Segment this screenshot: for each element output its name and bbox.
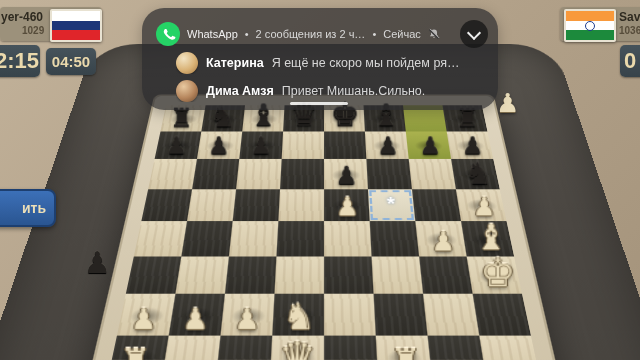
message-text: Привет Мишань.Сильно. bbox=[282, 84, 426, 98]
black-knight-h6[interactable]: ♞ bbox=[451, 159, 500, 189]
white-rook-a1[interactable]: ♜ bbox=[107, 335, 168, 360]
board-rim: * ♜♞♝♛♚♝♜♟♟♟♟♟♟♟♞♟♟♟♝♚♟♟♟♞♜♛♜ bbox=[87, 96, 561, 360]
white-knight-d2[interactable]: ♞ bbox=[272, 294, 324, 335]
avatar-dima bbox=[176, 80, 198, 102]
white-secondary-timer-value: 04:50 bbox=[52, 53, 90, 70]
white-pawn-c2[interactable]: ♟ bbox=[221, 294, 275, 335]
message-row[interactable]: Катерина Я ещё не скоро мы пойдем ря… bbox=[176, 52, 484, 74]
white-player-rating: 1029 bbox=[22, 25, 44, 36]
notification-drag-handle[interactable] bbox=[290, 102, 348, 105]
black-pawn-a7[interactable]: ♟ bbox=[155, 131, 202, 159]
black-pawn-b7[interactable]: ♟ bbox=[197, 131, 242, 159]
notification-header: WhatsApp • 2 сообщения из 2 ч… • Сейчас bbox=[156, 22, 452, 46]
black-player-name: Sav bbox=[619, 10, 640, 24]
white-queen-d1[interactable]: ♛ bbox=[270, 335, 324, 360]
india-flag bbox=[564, 9, 616, 42]
black-pawn-e6[interactable]: ♟ bbox=[324, 159, 368, 189]
separator-dot: • bbox=[372, 28, 376, 40]
message-sender: Дима Амзя bbox=[206, 84, 274, 98]
black-pawn-c7[interactable]: ♟ bbox=[239, 131, 283, 159]
black-player-rating: 1036 bbox=[619, 25, 640, 36]
black-pawn-f7[interactable]: ♟ bbox=[365, 131, 409, 159]
message-text: Я ещё не скоро мы пойдем ря… bbox=[272, 56, 460, 70]
white-rook-f1[interactable]: ♜ bbox=[376, 335, 433, 360]
white-pawn-g4[interactable]: ♟ bbox=[415, 221, 466, 256]
game-screen: * ♜♞♝♛♚♝♜♟♟♟♟♟♟♟♞♟♟♟♝♚♟♟♟♞♜♛♜ ♟ ♟ yer-46… bbox=[0, 0, 640, 360]
white-player-name: yer-460 bbox=[1, 10, 43, 24]
russia-flag bbox=[50, 9, 102, 42]
black-pawn-g7[interactable]: ♟ bbox=[406, 131, 451, 159]
white-pawn-a2[interactable]: ♟ bbox=[117, 294, 175, 335]
black-timer-value: 0 bbox=[624, 48, 636, 74]
notification-summary: 2 сообщения из 2 ч… bbox=[256, 28, 366, 40]
notification-app-name: WhatsApp bbox=[187, 28, 238, 40]
white-king-h3[interactable]: ♚ bbox=[467, 256, 523, 294]
notification-time: Сейчас bbox=[383, 28, 421, 40]
chevron-down-icon[interactable] bbox=[460, 20, 488, 48]
left-action-button-label: ить bbox=[22, 200, 46, 216]
whatsapp-notification[interactable]: WhatsApp • 2 сообщения из 2 ч… • Сейчас … bbox=[142, 8, 498, 110]
black-timer: 0 bbox=[620, 45, 640, 77]
avatar-katerina bbox=[176, 52, 198, 74]
white-pawn-b2[interactable]: ♟ bbox=[169, 294, 225, 335]
pieces-layer: ♜♞♝♛♚♝♜♟♟♟♟♟♟♟♞♟♟♟♝♚♟♟♟♞♜♛♜ bbox=[107, 105, 540, 360]
captured-white-pawn: ♟ bbox=[496, 90, 519, 116]
whatsapp-icon bbox=[156, 22, 180, 46]
white-main-timer: 2:15 bbox=[0, 45, 40, 77]
separator-dot: • bbox=[245, 28, 249, 40]
white-secondary-timer: 04:50 bbox=[46, 48, 96, 75]
captured-black-pawn: ♟ bbox=[84, 248, 111, 278]
chess-board[interactable]: * ♜♞♝♛♚♝♜♟♟♟♟♟♟♟♞♟♟♟♝♚♟♟♟♞♜♛♜ bbox=[107, 105, 540, 360]
message-sender: Катерина bbox=[206, 56, 264, 70]
bell-muted-icon bbox=[428, 28, 440, 40]
white-main-timer-value: 2:15 bbox=[0, 48, 39, 74]
left-action-button[interactable]: ить bbox=[0, 189, 56, 227]
message-row[interactable]: Дима Амзя Привет Мишань.Сильно. bbox=[176, 80, 484, 102]
white-pawn-e5[interactable]: ♟ bbox=[324, 189, 370, 221]
